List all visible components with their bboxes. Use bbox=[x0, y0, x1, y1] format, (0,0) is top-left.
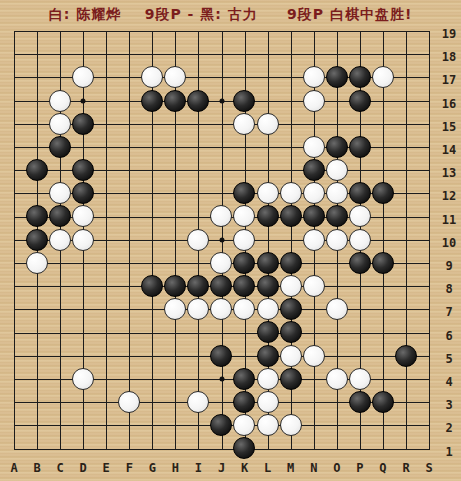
board-point-D10 bbox=[72, 228, 95, 251]
board-point-Q9 bbox=[371, 251, 394, 274]
col-label-I: I bbox=[195, 461, 202, 475]
stone-white bbox=[257, 368, 279, 390]
stone-white bbox=[257, 414, 279, 436]
stone-white bbox=[349, 368, 371, 390]
board-point-C10 bbox=[49, 228, 72, 251]
stone-black bbox=[372, 391, 394, 413]
board-point-K4 bbox=[233, 367, 256, 390]
row-label-7: 7 bbox=[445, 305, 452, 319]
row-label-18: 18 bbox=[442, 50, 456, 64]
row-label-1: 1 bbox=[445, 445, 452, 459]
board-point-I10 bbox=[187, 228, 210, 251]
stone-black bbox=[72, 182, 94, 204]
row-label-12: 12 bbox=[442, 189, 456, 203]
row-label-10: 10 bbox=[442, 236, 456, 250]
board-point-C12 bbox=[49, 182, 72, 205]
stone-white bbox=[280, 345, 302, 367]
stone-white bbox=[72, 205, 94, 227]
col-label-S: S bbox=[425, 461, 432, 475]
board-point-D15 bbox=[72, 112, 95, 135]
board-point-K12 bbox=[233, 182, 256, 205]
board-point-M4 bbox=[279, 367, 302, 390]
col-label-A: A bbox=[10, 461, 17, 475]
stone-white bbox=[210, 205, 232, 227]
board-point-L5 bbox=[256, 344, 279, 367]
stone-white bbox=[280, 414, 302, 436]
board-point-L6 bbox=[256, 321, 279, 344]
board-point-J7 bbox=[210, 298, 233, 321]
col-label-C: C bbox=[56, 461, 63, 475]
board-point-B11 bbox=[26, 205, 49, 228]
board-point-Q3 bbox=[371, 390, 394, 413]
stone-black bbox=[349, 90, 371, 112]
board-point-M11 bbox=[279, 205, 302, 228]
board-point-J11 bbox=[210, 205, 233, 228]
stone-black bbox=[349, 391, 371, 413]
stone-black bbox=[303, 159, 325, 181]
board-point-K2 bbox=[233, 414, 256, 437]
stone-black bbox=[280, 298, 302, 320]
board-point-C11 bbox=[49, 205, 72, 228]
stone-black bbox=[257, 252, 279, 274]
board-point-K11 bbox=[233, 205, 256, 228]
board-point-L2 bbox=[256, 414, 279, 437]
board-point-J5 bbox=[210, 344, 233, 367]
board-point-M12 bbox=[279, 182, 302, 205]
stone-black bbox=[26, 205, 48, 227]
board-point-L9 bbox=[256, 251, 279, 274]
board-point-H7 bbox=[164, 298, 187, 321]
stone-black bbox=[187, 275, 209, 297]
col-label-Q: Q bbox=[379, 461, 386, 475]
board-point-I7 bbox=[187, 298, 210, 321]
stone-white bbox=[233, 113, 255, 135]
col-label-M: M bbox=[287, 461, 294, 475]
board-point-M6 bbox=[279, 321, 302, 344]
stone-white bbox=[118, 391, 140, 413]
col-label-J: J bbox=[218, 461, 225, 475]
stone-black bbox=[233, 90, 255, 112]
stone-white bbox=[326, 229, 348, 251]
col-label-H: H bbox=[172, 461, 179, 475]
board-point-P10 bbox=[348, 228, 371, 251]
board-point-C16 bbox=[49, 89, 72, 112]
stone-white bbox=[210, 252, 232, 274]
board-point-N17 bbox=[302, 66, 325, 89]
board-point-O7 bbox=[325, 298, 348, 321]
stone-white bbox=[303, 345, 325, 367]
board-point-P16 bbox=[348, 89, 371, 112]
stone-white bbox=[349, 229, 371, 251]
board-point-N11 bbox=[302, 205, 325, 228]
stone-black bbox=[349, 182, 371, 204]
stone-white bbox=[49, 90, 71, 112]
stone-black bbox=[49, 136, 71, 158]
stone-black bbox=[210, 275, 232, 297]
stone-white bbox=[280, 275, 302, 297]
row-label-17: 17 bbox=[442, 73, 456, 87]
board-point-B9 bbox=[26, 251, 49, 274]
board-point-N5 bbox=[302, 344, 325, 367]
col-label-N: N bbox=[310, 461, 317, 475]
go-board[interactable]: ABCDEFGHIJKLMNOPQRS 19181716151413121110… bbox=[0, 0, 461, 481]
stone-black bbox=[233, 391, 255, 413]
board-point-P12 bbox=[348, 182, 371, 205]
stone-white bbox=[349, 205, 371, 227]
stone-white bbox=[49, 229, 71, 251]
stone-black bbox=[280, 368, 302, 390]
col-label-L: L bbox=[264, 461, 271, 475]
stone-black bbox=[280, 205, 302, 227]
stone-white bbox=[187, 391, 209, 413]
stone-white bbox=[257, 391, 279, 413]
row-label-2: 2 bbox=[445, 421, 452, 435]
stone-white bbox=[303, 229, 325, 251]
col-label-R: R bbox=[402, 461, 409, 475]
row-label-8: 8 bbox=[445, 282, 452, 296]
col-label-B: B bbox=[33, 461, 40, 475]
board-point-J2 bbox=[210, 414, 233, 437]
stone-white bbox=[210, 298, 232, 320]
board-point-N14 bbox=[302, 135, 325, 158]
board-point-P17 bbox=[348, 66, 371, 89]
stone-black bbox=[233, 275, 255, 297]
board-point-N16 bbox=[302, 89, 325, 112]
stone-black bbox=[141, 90, 163, 112]
board-point-L15 bbox=[256, 112, 279, 135]
stone-black bbox=[164, 275, 186, 297]
stone-black bbox=[257, 205, 279, 227]
row-label-19: 19 bbox=[442, 27, 456, 41]
stone-black bbox=[349, 66, 371, 88]
board-point-O11 bbox=[325, 205, 348, 228]
stone-black bbox=[49, 205, 71, 227]
board-point-D13 bbox=[72, 159, 95, 182]
board-point-P3 bbox=[348, 390, 371, 413]
stone-white bbox=[326, 159, 348, 181]
col-label-P: P bbox=[356, 461, 363, 475]
board-point-K9 bbox=[233, 251, 256, 274]
stone-white bbox=[26, 252, 48, 274]
board-point-H16 bbox=[164, 89, 187, 112]
board-point-G16 bbox=[141, 89, 164, 112]
stone-black bbox=[210, 345, 232, 367]
board-point-I3 bbox=[187, 390, 210, 413]
board-point-K16 bbox=[233, 89, 256, 112]
stone-black bbox=[233, 252, 255, 274]
stone-white bbox=[49, 113, 71, 135]
col-label-K: K bbox=[241, 461, 248, 475]
board-point-K10 bbox=[233, 228, 256, 251]
stone-black bbox=[187, 90, 209, 112]
board-point-O12 bbox=[325, 182, 348, 205]
row-label-5: 5 bbox=[445, 352, 452, 366]
board-point-L8 bbox=[256, 274, 279, 297]
stone-black bbox=[395, 345, 417, 367]
stone-black bbox=[26, 229, 48, 251]
board-point-F3 bbox=[118, 390, 141, 413]
board-point-N8 bbox=[302, 274, 325, 297]
board-point-H8 bbox=[164, 274, 187, 297]
board-point-D4 bbox=[72, 367, 95, 390]
col-label-E: E bbox=[103, 461, 110, 475]
stone-white bbox=[372, 66, 394, 88]
board-point-M5 bbox=[279, 344, 302, 367]
stone-black bbox=[349, 252, 371, 274]
row-label-15: 15 bbox=[442, 120, 456, 134]
stone-white bbox=[164, 298, 186, 320]
board-point-K1 bbox=[233, 437, 256, 460]
board-point-L3 bbox=[256, 390, 279, 413]
board-point-M7 bbox=[279, 298, 302, 321]
stone-black bbox=[164, 90, 186, 112]
stone-white bbox=[233, 414, 255, 436]
stone-white bbox=[303, 275, 325, 297]
stone-black bbox=[372, 252, 394, 274]
stone-black bbox=[26, 159, 48, 181]
board-point-K8 bbox=[233, 274, 256, 297]
board-point-R5 bbox=[394, 344, 417, 367]
board-point-G8 bbox=[141, 274, 164, 297]
board-point-J9 bbox=[210, 251, 233, 274]
board-point-C15 bbox=[49, 112, 72, 135]
row-label-16: 16 bbox=[442, 97, 456, 111]
board-point-Q17 bbox=[371, 66, 394, 89]
stone-white bbox=[257, 298, 279, 320]
stone-black bbox=[326, 66, 348, 88]
board-point-K15 bbox=[233, 112, 256, 135]
board-point-L12 bbox=[256, 182, 279, 205]
col-label-G: G bbox=[149, 461, 156, 475]
board-point-N12 bbox=[302, 182, 325, 205]
board-point-B13 bbox=[26, 159, 49, 182]
board-point-D12 bbox=[72, 182, 95, 205]
stone-white bbox=[233, 229, 255, 251]
board-point-G17 bbox=[141, 66, 164, 89]
stone-white bbox=[303, 66, 325, 88]
board-point-L7 bbox=[256, 298, 279, 321]
stone-black bbox=[72, 113, 94, 135]
col-label-O: O bbox=[333, 461, 340, 475]
board-point-C14 bbox=[49, 135, 72, 158]
row-label-4: 4 bbox=[445, 375, 452, 389]
stone-white bbox=[303, 90, 325, 112]
stone-black bbox=[257, 321, 279, 343]
board-point-L11 bbox=[256, 205, 279, 228]
stone-white bbox=[326, 182, 348, 204]
board-point-N13 bbox=[302, 159, 325, 182]
row-label-13: 13 bbox=[442, 166, 456, 180]
board-point-I16 bbox=[187, 89, 210, 112]
stone-white bbox=[257, 182, 279, 204]
stone-black bbox=[280, 321, 302, 343]
board-point-H17 bbox=[164, 66, 187, 89]
board-point-J8 bbox=[210, 274, 233, 297]
board-point-P14 bbox=[348, 135, 371, 158]
board-point-B10 bbox=[26, 228, 49, 251]
stone-black bbox=[349, 136, 371, 158]
stone-black bbox=[372, 182, 394, 204]
col-label-F: F bbox=[126, 461, 133, 475]
stone-black bbox=[303, 205, 325, 227]
row-label-14: 14 bbox=[442, 143, 456, 157]
stones-grid bbox=[2, 19, 440, 460]
board-point-D17 bbox=[72, 66, 95, 89]
stone-black bbox=[72, 159, 94, 181]
stone-white bbox=[326, 298, 348, 320]
board-point-M2 bbox=[279, 414, 302, 437]
stone-black bbox=[233, 182, 255, 204]
stone-white bbox=[164, 66, 186, 88]
board-point-L4 bbox=[256, 367, 279, 390]
stone-white bbox=[141, 66, 163, 88]
stone-white bbox=[72, 368, 94, 390]
board-point-M9 bbox=[279, 251, 302, 274]
board-point-P11 bbox=[348, 205, 371, 228]
board-point-P4 bbox=[348, 367, 371, 390]
stone-black bbox=[141, 275, 163, 297]
stone-white bbox=[326, 368, 348, 390]
board-point-O13 bbox=[325, 159, 348, 182]
row-label-9: 9 bbox=[445, 259, 452, 273]
stone-white bbox=[233, 205, 255, 227]
stone-black bbox=[233, 437, 255, 459]
row-label-3: 3 bbox=[445, 398, 452, 412]
go-game-viewer: 白: 陈耀烨 9段P - 黑: 古力 9段P 白棋中盘胜! ABCDEFGHIJ… bbox=[0, 0, 461, 481]
board-point-N10 bbox=[302, 228, 325, 251]
stone-white bbox=[233, 298, 255, 320]
board-point-M8 bbox=[279, 274, 302, 297]
board-point-D11 bbox=[72, 205, 95, 228]
col-label-D: D bbox=[80, 461, 87, 475]
stone-black bbox=[280, 252, 302, 274]
board-point-O14 bbox=[325, 135, 348, 158]
row-label-11: 11 bbox=[442, 213, 456, 227]
stone-white bbox=[303, 136, 325, 158]
board-point-K3 bbox=[233, 390, 256, 413]
stone-white bbox=[49, 182, 71, 204]
stone-white bbox=[72, 229, 94, 251]
stone-black bbox=[210, 414, 232, 436]
board-point-P9 bbox=[348, 251, 371, 274]
board-point-K7 bbox=[233, 298, 256, 321]
stone-black bbox=[233, 368, 255, 390]
stone-black bbox=[326, 205, 348, 227]
board-point-Q12 bbox=[371, 182, 394, 205]
stone-black bbox=[257, 345, 279, 367]
stone-white bbox=[187, 229, 209, 251]
row-label-6: 6 bbox=[445, 329, 452, 343]
stone-white bbox=[72, 66, 94, 88]
stone-white bbox=[303, 182, 325, 204]
board-point-I8 bbox=[187, 274, 210, 297]
stone-white bbox=[280, 182, 302, 204]
stone-white bbox=[257, 113, 279, 135]
board-point-O17 bbox=[325, 66, 348, 89]
stone-black bbox=[257, 275, 279, 297]
stone-black bbox=[326, 136, 348, 158]
board-point-O10 bbox=[325, 228, 348, 251]
board-point-O4 bbox=[325, 367, 348, 390]
stone-white bbox=[187, 298, 209, 320]
